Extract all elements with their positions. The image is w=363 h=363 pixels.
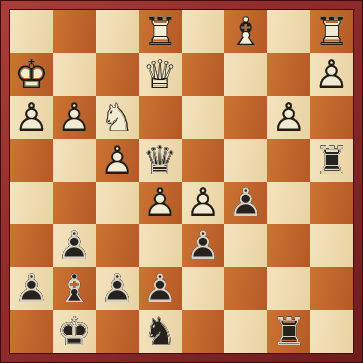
black-queen-outline: ♕ [139,139,182,182]
white-bishop-outline: ♗ [224,10,267,53]
square-h6[interactable] [310,96,353,139]
square-d8[interactable]: ♜♖ [139,10,182,53]
square-a4[interactable] [10,182,53,225]
square-b7[interactable] [53,53,96,96]
white-knight-outline: ♘ [96,96,139,139]
square-g1[interactable]: ♜♖ [267,310,310,353]
square-f8[interactable]: ♝♗ [224,10,267,53]
black-rook[interactable]: ♜♖ [310,139,353,182]
white-pawn-outline: ♙ [53,96,96,139]
square-c6[interactable]: ♞♘ [96,96,139,139]
chess-board: ♜♖♝♗♜♖♚♔♛♕♟♙♟♙♟♙♞♘♟♙♟♙♛♕♜♖♟♙♟♙♟♙♟♙♟♙♟♙♝♗… [10,10,353,353]
black-pawn-outline: ♙ [10,267,53,310]
white-king-outline: ♔ [10,53,53,96]
square-f1[interactable] [224,310,267,353]
square-d4[interactable]: ♟♙ [139,182,182,225]
square-b6[interactable]: ♟♙ [53,96,96,139]
square-d2[interactable]: ♟♙ [139,267,182,310]
square-g2[interactable] [267,267,310,310]
square-g5[interactable] [267,139,310,182]
black-pawn-outline: ♙ [182,224,225,267]
square-c5[interactable]: ♟♙ [96,139,139,182]
square-e6[interactable] [182,96,225,139]
white-pawn-outline: ♙ [182,182,225,225]
square-e2[interactable] [182,267,225,310]
white-rook-outline: ♖ [310,10,353,53]
black-pawn-outline: ♙ [224,182,267,225]
square-e5[interactable] [182,139,225,182]
square-b2[interactable]: ♝♗ [53,267,96,310]
square-b1[interactable]: ♚♔ [53,310,96,353]
white-pawn[interactable]: ♟♙ [267,96,310,139]
white-knight[interactable]: ♞♘ [96,96,139,139]
square-a7[interactable]: ♚♔ [10,53,53,96]
board-frame: ♜♖♝♗♜♖♚♔♛♕♟♙♟♙♟♙♞♘♟♙♟♙♛♕♜♖♟♙♟♙♟♙♟♙♟♙♟♙♝♗… [0,0,363,363]
white-rook[interactable]: ♜♖ [310,10,353,53]
square-a1[interactable] [10,310,53,353]
white-pawn-outline: ♙ [96,139,139,182]
black-king-outline: ♔ [53,310,96,353]
square-c2[interactable]: ♟♙ [96,267,139,310]
square-e4[interactable]: ♟♙ [182,182,225,225]
square-a2[interactable]: ♟♙ [10,267,53,310]
square-e3[interactable]: ♟♙ [182,224,225,267]
black-pawn-outline: ♙ [96,267,139,310]
square-g3[interactable] [267,224,310,267]
square-d7[interactable]: ♛♕ [139,53,182,96]
black-king[interactable]: ♚♔ [53,310,96,353]
square-a5[interactable] [10,139,53,182]
square-b4[interactable] [53,182,96,225]
black-pawn[interactable]: ♟♙ [139,267,182,310]
square-g4[interactable] [267,182,310,225]
black-knight-outline: ♘ [139,310,182,353]
white-pawn[interactable]: ♟♙ [10,96,53,139]
black-pawn[interactable]: ♟♙ [10,267,53,310]
square-f6[interactable] [224,96,267,139]
white-rook-outline: ♖ [139,10,182,53]
square-e8[interactable] [182,10,225,53]
square-d3[interactable] [139,224,182,267]
square-h4[interactable] [310,182,353,225]
white-pawn[interactable]: ♟♙ [53,96,96,139]
square-h8[interactable]: ♜♖ [310,10,353,53]
square-h2[interactable] [310,267,353,310]
square-c8[interactable] [96,10,139,53]
square-c4[interactable] [96,182,139,225]
square-h5[interactable]: ♜♖ [310,139,353,182]
black-queen[interactable]: ♛♕ [139,139,182,182]
square-b3[interactable]: ♟♙ [53,224,96,267]
white-rook[interactable]: ♜♖ [139,10,182,53]
white-king[interactable]: ♚♔ [10,53,53,96]
square-b5[interactable] [53,139,96,182]
square-c7[interactable] [96,53,139,96]
black-bishop[interactable]: ♝♗ [53,267,96,310]
square-a8[interactable] [10,10,53,53]
white-pawn[interactable]: ♟♙ [96,139,139,182]
black-pawn[interactable]: ♟♙ [96,267,139,310]
black-knight[interactable]: ♞♘ [139,310,182,353]
white-pawn-outline: ♙ [139,182,182,225]
square-h7[interactable]: ♟♙ [310,53,353,96]
white-pawn-outline: ♙ [267,96,310,139]
black-pawn[interactable]: ♟♙ [53,224,96,267]
square-e7[interactable] [182,53,225,96]
white-bishop[interactable]: ♝♗ [224,10,267,53]
square-a3[interactable] [10,224,53,267]
square-g6[interactable]: ♟♙ [267,96,310,139]
square-d1[interactable]: ♞♘ [139,310,182,353]
square-f7[interactable] [224,53,267,96]
white-pawn-outline: ♙ [310,53,353,96]
white-pawn-outline: ♙ [10,96,53,139]
square-e1[interactable] [182,310,225,353]
black-pawn[interactable]: ♟♙ [182,224,225,267]
square-g8[interactable] [267,10,310,53]
square-f3[interactable] [224,224,267,267]
black-rook-outline: ♖ [310,139,353,182]
square-f4[interactable]: ♟♙ [224,182,267,225]
black-bishop-outline: ♗ [53,267,96,310]
square-h1[interactable] [310,310,353,353]
square-c3[interactable] [96,224,139,267]
square-f5[interactable] [224,139,267,182]
white-pawn[interactable]: ♟♙ [310,53,353,96]
square-f2[interactable] [224,267,267,310]
square-g7[interactable] [267,53,310,96]
square-d6[interactable] [139,96,182,139]
black-pawn[interactable]: ♟♙ [224,182,267,225]
square-b8[interactable] [53,10,96,53]
square-d5[interactable]: ♛♕ [139,139,182,182]
white-pawn[interactable]: ♟♙ [139,182,182,225]
black-rook-outline: ♖ [267,310,310,353]
square-a6[interactable]: ♟♙ [10,96,53,139]
black-pawn-outline: ♙ [139,267,182,310]
square-h3[interactable] [310,224,353,267]
white-queen-outline: ♕ [139,53,182,96]
square-c1[interactable] [96,310,139,353]
black-pawn-outline: ♙ [53,224,96,267]
black-rook[interactable]: ♜♖ [267,310,310,353]
white-pawn[interactable]: ♟♙ [182,182,225,225]
white-queen[interactable]: ♛♕ [139,53,182,96]
